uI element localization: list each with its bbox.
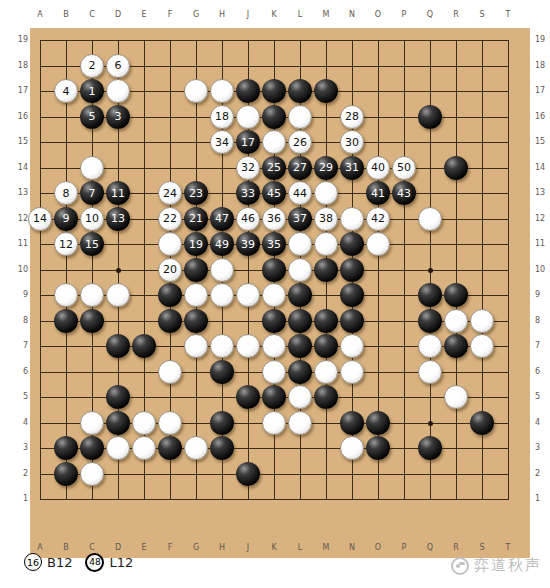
- intersection-F19[interactable]: [158, 28, 182, 52]
- intersection-O2[interactable]: [366, 462, 390, 486]
- white-stone-C4[interactable]: [80, 411, 104, 435]
- intersection-A4[interactable]: [28, 411, 52, 435]
- white-stone-F12[interactable]: 22: [158, 207, 182, 231]
- intersection-O1[interactable]: [366, 487, 390, 511]
- intersection-P1[interactable]: [392, 487, 416, 511]
- intersection-B16[interactable]: [54, 105, 78, 129]
- intersection-R13[interactable]: [444, 181, 468, 205]
- intersection-E5[interactable]: [132, 385, 156, 409]
- white-stone-L5[interactable]: [288, 385, 312, 409]
- intersection-Q10[interactable]: [418, 258, 442, 282]
- black-stone-Q16[interactable]: [418, 105, 442, 129]
- intersection-B7[interactable]: [54, 334, 78, 358]
- black-stone-C8[interactable]: [80, 309, 104, 333]
- black-stone-C16[interactable]: 5: [80, 105, 104, 129]
- intersection-R10[interactable]: [444, 258, 468, 282]
- intersection-T17[interactable]: [496, 79, 520, 103]
- intersection-S19[interactable]: [470, 28, 494, 52]
- intersection-S11[interactable]: [470, 232, 494, 256]
- intersection-E10[interactable]: [132, 258, 156, 282]
- intersection-D14[interactable]: [106, 156, 130, 180]
- intersection-T3[interactable]: [496, 436, 520, 460]
- white-stone-K7[interactable]: [262, 334, 286, 358]
- intersection-R16[interactable]: [444, 105, 468, 129]
- intersection-F17[interactable]: [158, 79, 182, 103]
- intersection-S6[interactable]: [470, 360, 494, 384]
- intersection-H5[interactable]: [210, 385, 234, 409]
- white-stone-H7[interactable]: [210, 334, 234, 358]
- intersection-A3[interactable]: [28, 436, 52, 460]
- intersection-P2[interactable]: [392, 462, 416, 486]
- intersection-H13[interactable]: [210, 181, 234, 205]
- intersection-M2[interactable]: [314, 462, 338, 486]
- black-stone-F8[interactable]: [158, 309, 182, 333]
- black-stone-M10[interactable]: [314, 258, 338, 282]
- white-stone-S8[interactable]: [470, 309, 494, 333]
- black-stone-B2[interactable]: [54, 462, 78, 486]
- intersection-T9[interactable]: [496, 283, 520, 307]
- white-stone-N7[interactable]: [340, 334, 364, 358]
- intersection-O7[interactable]: [366, 334, 390, 358]
- intersection-G2[interactable]: [184, 462, 208, 486]
- intersection-E2[interactable]: [132, 462, 156, 486]
- intersection-E6[interactable]: [132, 360, 156, 384]
- intersection-K19[interactable]: [262, 28, 286, 52]
- intersection-C19[interactable]: [80, 28, 104, 52]
- intersection-M3[interactable]: [314, 436, 338, 460]
- intersection-O19[interactable]: [366, 28, 390, 52]
- intersection-C15[interactable]: [80, 130, 104, 154]
- intersection-A19[interactable]: [28, 28, 52, 52]
- intersection-B14[interactable]: [54, 156, 78, 180]
- intersection-E18[interactable]: [132, 54, 156, 78]
- white-stone-H16[interactable]: 18: [210, 105, 234, 129]
- intersection-F7[interactable]: [158, 334, 182, 358]
- white-stone-H9[interactable]: [210, 283, 234, 307]
- white-stone-E3[interactable]: [132, 436, 156, 460]
- white-stone-A12[interactable]: 14: [28, 207, 52, 231]
- black-stone-M8[interactable]: [314, 309, 338, 333]
- black-stone-Q9[interactable]: [418, 283, 442, 307]
- intersection-N1[interactable]: [340, 487, 364, 511]
- intersection-P9[interactable]: [392, 283, 416, 307]
- intersection-N13[interactable]: [340, 181, 364, 205]
- black-stone-K5[interactable]: [262, 385, 286, 409]
- intersection-E13[interactable]: [132, 181, 156, 205]
- intersection-O5[interactable]: [366, 385, 390, 409]
- white-stone-M13[interactable]: [314, 181, 338, 205]
- intersection-O9[interactable]: [366, 283, 390, 307]
- white-stone-B17[interactable]: 4: [54, 79, 78, 103]
- intersection-Q11[interactable]: [418, 232, 442, 256]
- white-stone-L13[interactable]: 44: [288, 181, 312, 205]
- black-stone-B8[interactable]: [54, 309, 78, 333]
- intersection-L18[interactable]: [288, 54, 312, 78]
- intersection-S10[interactable]: [470, 258, 494, 282]
- black-stone-N8[interactable]: [340, 309, 364, 333]
- intersection-J4[interactable]: [236, 411, 260, 435]
- black-stone-C3[interactable]: [80, 436, 104, 460]
- intersection-S17[interactable]: [470, 79, 494, 103]
- black-stone-D16[interactable]: 3: [106, 105, 130, 129]
- intersection-M16[interactable]: [314, 105, 338, 129]
- intersection-D19[interactable]: [106, 28, 130, 52]
- black-stone-H4[interactable]: [210, 411, 234, 435]
- intersection-E8[interactable]: [132, 309, 156, 333]
- intersection-G1[interactable]: [184, 487, 208, 511]
- intersection-D8[interactable]: [106, 309, 130, 333]
- intersection-R3[interactable]: [444, 436, 468, 460]
- intersection-R4[interactable]: [444, 411, 468, 435]
- intersection-A13[interactable]: [28, 181, 52, 205]
- white-stone-J12[interactable]: 46: [236, 207, 260, 231]
- white-stone-M11[interactable]: [314, 232, 338, 256]
- intersection-T18[interactable]: [496, 54, 520, 78]
- intersection-D1[interactable]: [106, 487, 130, 511]
- intersection-N19[interactable]: [340, 28, 364, 52]
- white-stone-Q12[interactable]: [418, 207, 442, 231]
- intersection-A10[interactable]: [28, 258, 52, 282]
- white-stone-D9[interactable]: [106, 283, 130, 307]
- intersection-R11[interactable]: [444, 232, 468, 256]
- intersection-A7[interactable]: [28, 334, 52, 358]
- white-stone-O14[interactable]: 40: [366, 156, 390, 180]
- intersection-T5[interactable]: [496, 385, 520, 409]
- intersection-A11[interactable]: [28, 232, 52, 256]
- intersection-A5[interactable]: [28, 385, 52, 409]
- white-stone-F13[interactable]: 24: [158, 181, 182, 205]
- intersection-Q2[interactable]: [418, 462, 442, 486]
- black-stone-P13[interactable]: 43: [392, 181, 416, 205]
- intersection-T19[interactable]: [496, 28, 520, 52]
- intersection-A16[interactable]: [28, 105, 52, 129]
- intersection-P18[interactable]: [392, 54, 416, 78]
- intersection-T16[interactable]: [496, 105, 520, 129]
- intersection-T11[interactable]: [496, 232, 520, 256]
- intersection-N18[interactable]: [340, 54, 364, 78]
- intersection-D10[interactable]: [106, 258, 130, 282]
- intersection-K2[interactable]: [262, 462, 286, 486]
- intersection-R6[interactable]: [444, 360, 468, 384]
- white-stone-E4[interactable]: [132, 411, 156, 435]
- intersection-B6[interactable]: [54, 360, 78, 384]
- black-stone-H6[interactable]: [210, 360, 234, 384]
- white-stone-K15[interactable]: [262, 130, 286, 154]
- intersection-A14[interactable]: [28, 156, 52, 180]
- intersection-P15[interactable]: [392, 130, 416, 154]
- intersection-K1[interactable]: [262, 487, 286, 511]
- white-stone-M12[interactable]: 38: [314, 207, 338, 231]
- intersection-S13[interactable]: [470, 181, 494, 205]
- intersection-J3[interactable]: [236, 436, 260, 460]
- white-stone-F6[interactable]: [158, 360, 182, 384]
- intersection-F16[interactable]: [158, 105, 182, 129]
- black-stone-D4[interactable]: [106, 411, 130, 435]
- black-stone-J15[interactable]: 17: [236, 130, 260, 154]
- white-stone-S7[interactable]: [470, 334, 494, 358]
- intersection-E12[interactable]: [132, 207, 156, 231]
- white-stone-J16[interactable]: [236, 105, 260, 129]
- intersection-R15[interactable]: [444, 130, 468, 154]
- intersection-T13[interactable]: [496, 181, 520, 205]
- intersection-B19[interactable]: [54, 28, 78, 52]
- intersection-F14[interactable]: [158, 156, 182, 180]
- white-stone-J9[interactable]: [236, 283, 260, 307]
- intersection-N2[interactable]: [340, 462, 364, 486]
- intersection-P3[interactable]: [392, 436, 416, 460]
- intersection-F18[interactable]: [158, 54, 182, 78]
- intersection-P7[interactable]: [392, 334, 416, 358]
- intersection-B15[interactable]: [54, 130, 78, 154]
- intersection-N5[interactable]: [340, 385, 364, 409]
- black-stone-D13[interactable]: 11: [106, 181, 130, 205]
- intersection-S2[interactable]: [470, 462, 494, 486]
- intersection-F1[interactable]: [158, 487, 182, 511]
- white-stone-D17[interactable]: [106, 79, 130, 103]
- black-stone-L14[interactable]: 27: [288, 156, 312, 180]
- intersection-O16[interactable]: [366, 105, 390, 129]
- black-stone-D12[interactable]: 13: [106, 207, 130, 231]
- intersection-C6[interactable]: [80, 360, 104, 384]
- intersection-E19[interactable]: [132, 28, 156, 52]
- intersection-D15[interactable]: [106, 130, 130, 154]
- black-stone-N9[interactable]: [340, 283, 364, 307]
- black-stone-J17[interactable]: [236, 79, 260, 103]
- intersection-Q5[interactable]: [418, 385, 442, 409]
- intersection-T7[interactable]: [496, 334, 520, 358]
- intersection-H8[interactable]: [210, 309, 234, 333]
- intersection-Q18[interactable]: [418, 54, 442, 78]
- intersection-R12[interactable]: [444, 207, 468, 231]
- white-stone-B9[interactable]: [54, 283, 78, 307]
- intersection-B5[interactable]: [54, 385, 78, 409]
- intersection-T4[interactable]: [496, 411, 520, 435]
- intersection-H1[interactable]: [210, 487, 234, 511]
- intersection-R2[interactable]: [444, 462, 468, 486]
- intersection-N17[interactable]: [340, 79, 364, 103]
- intersection-Q19[interactable]: [418, 28, 442, 52]
- white-stone-H10[interactable]: [210, 258, 234, 282]
- white-stone-D3[interactable]: [106, 436, 130, 460]
- intersection-H19[interactable]: [210, 28, 234, 52]
- intersection-J10[interactable]: [236, 258, 260, 282]
- intersection-J19[interactable]: [236, 28, 260, 52]
- black-stone-C17[interactable]: 1: [80, 79, 104, 103]
- black-stone-M17[interactable]: [314, 79, 338, 103]
- black-stone-J13[interactable]: 33: [236, 181, 260, 205]
- intersection-T10[interactable]: [496, 258, 520, 282]
- intersection-E11[interactable]: [132, 232, 156, 256]
- intersection-P4[interactable]: [392, 411, 416, 435]
- intersection-T8[interactable]: [496, 309, 520, 333]
- black-stone-R9[interactable]: [444, 283, 468, 307]
- black-stone-O3[interactable]: [366, 436, 390, 460]
- black-stone-K11[interactable]: 35: [262, 232, 286, 256]
- intersection-C7[interactable]: [80, 334, 104, 358]
- intersection-S12[interactable]: [470, 207, 494, 231]
- black-stone-B3[interactable]: [54, 436, 78, 460]
- intersection-T2[interactable]: [496, 462, 520, 486]
- intersection-O18[interactable]: [366, 54, 390, 78]
- intersection-A9[interactable]: [28, 283, 52, 307]
- intersection-G19[interactable]: [184, 28, 208, 52]
- intersection-M1[interactable]: [314, 487, 338, 511]
- white-stone-K4[interactable]: [262, 411, 286, 435]
- white-stone-C14[interactable]: [80, 156, 104, 180]
- black-stone-G11[interactable]: 19: [184, 232, 208, 256]
- black-stone-L9[interactable]: [288, 283, 312, 307]
- black-stone-R7[interactable]: [444, 334, 468, 358]
- intersection-O10[interactable]: [366, 258, 390, 282]
- white-stone-F11[interactable]: [158, 232, 182, 256]
- black-stone-E7[interactable]: [132, 334, 156, 358]
- white-stone-P14[interactable]: 50: [392, 156, 416, 180]
- intersection-E16[interactable]: [132, 105, 156, 129]
- white-stone-B13[interactable]: 8: [54, 181, 78, 205]
- intersection-D2[interactable]: [106, 462, 130, 486]
- white-stone-L4[interactable]: [288, 411, 312, 435]
- black-stone-G8[interactable]: [184, 309, 208, 333]
- black-stone-H12[interactable]: 47: [210, 207, 234, 231]
- white-stone-O11[interactable]: [366, 232, 390, 256]
- intersection-G6[interactable]: [184, 360, 208, 384]
- intersection-S9[interactable]: [470, 283, 494, 307]
- black-stone-L12[interactable]: 37: [288, 207, 312, 231]
- white-stone-C2[interactable]: [80, 462, 104, 486]
- intersection-O15[interactable]: [366, 130, 390, 154]
- white-stone-G17[interactable]: [184, 79, 208, 103]
- black-stone-D5[interactable]: [106, 385, 130, 409]
- intersection-K3[interactable]: [262, 436, 286, 460]
- black-stone-M7[interactable]: [314, 334, 338, 358]
- intersection-M18[interactable]: [314, 54, 338, 78]
- white-stone-G3[interactable]: [184, 436, 208, 460]
- white-stone-H17[interactable]: [210, 79, 234, 103]
- intersection-M9[interactable]: [314, 283, 338, 307]
- white-stone-R8[interactable]: [444, 309, 468, 333]
- black-stone-J11[interactable]: 39: [236, 232, 260, 256]
- black-stone-K17[interactable]: [262, 79, 286, 103]
- white-stone-N3[interactable]: [340, 436, 364, 460]
- black-stone-O4[interactable]: [366, 411, 390, 435]
- intersection-T15[interactable]: [496, 130, 520, 154]
- white-stone-N16[interactable]: 28: [340, 105, 364, 129]
- intersection-L19[interactable]: [288, 28, 312, 52]
- white-stone-B11[interactable]: 12: [54, 232, 78, 256]
- black-stone-K13[interactable]: 45: [262, 181, 286, 205]
- intersection-L1[interactable]: [288, 487, 312, 511]
- intersection-P16[interactable]: [392, 105, 416, 129]
- black-stone-M14[interactable]: 29: [314, 156, 338, 180]
- white-stone-N6[interactable]: [340, 360, 364, 384]
- white-stone-J7[interactable]: [236, 334, 260, 358]
- intersection-O6[interactable]: [366, 360, 390, 384]
- intersection-J6[interactable]: [236, 360, 260, 384]
- intersection-S16[interactable]: [470, 105, 494, 129]
- black-stone-M5[interactable]: [314, 385, 338, 409]
- intersection-F5[interactable]: [158, 385, 182, 409]
- intersection-E14[interactable]: [132, 156, 156, 180]
- white-stone-J14[interactable]: 32: [236, 156, 260, 180]
- black-stone-C11[interactable]: 15: [80, 232, 104, 256]
- intersection-R1[interactable]: [444, 487, 468, 511]
- intersection-G15[interactable]: [184, 130, 208, 154]
- intersection-S1[interactable]: [470, 487, 494, 511]
- intersection-T6[interactable]: [496, 360, 520, 384]
- intersection-S5[interactable]: [470, 385, 494, 409]
- intersection-P5[interactable]: [392, 385, 416, 409]
- white-stone-Q6[interactable]: [418, 360, 442, 384]
- intersection-J8[interactable]: [236, 309, 260, 333]
- black-stone-K14[interactable]: 25: [262, 156, 286, 180]
- white-stone-G7[interactable]: [184, 334, 208, 358]
- white-stone-K6[interactable]: [262, 360, 286, 384]
- intersection-Q4[interactable]: [418, 411, 442, 435]
- white-stone-L10[interactable]: [288, 258, 312, 282]
- black-stone-L8[interactable]: [288, 309, 312, 333]
- black-stone-N4[interactable]: [340, 411, 364, 435]
- intersection-D6[interactable]: [106, 360, 130, 384]
- intersection-A15[interactable]: [28, 130, 52, 154]
- intersection-A1[interactable]: [28, 487, 52, 511]
- intersection-C5[interactable]: [80, 385, 104, 409]
- white-stone-G9[interactable]: [184, 283, 208, 307]
- intersection-M19[interactable]: [314, 28, 338, 52]
- intersection-M15[interactable]: [314, 130, 338, 154]
- black-stone-G10[interactable]: [184, 258, 208, 282]
- intersection-E9[interactable]: [132, 283, 156, 307]
- black-stone-K8[interactable]: [262, 309, 286, 333]
- white-stone-O12[interactable]: 42: [366, 207, 390, 231]
- black-stone-Q3[interactable]: [418, 436, 442, 460]
- intersection-E17[interactable]: [132, 79, 156, 103]
- intersection-P6[interactable]: [392, 360, 416, 384]
- black-stone-L17[interactable]: [288, 79, 312, 103]
- black-stone-Q8[interactable]: [418, 309, 442, 333]
- white-stone-N15[interactable]: 30: [340, 130, 364, 154]
- intersection-T1[interactable]: [496, 487, 520, 511]
- intersection-O8[interactable]: [366, 309, 390, 333]
- intersection-A8[interactable]: [28, 309, 52, 333]
- intersection-R18[interactable]: [444, 54, 468, 78]
- black-stone-O13[interactable]: 41: [366, 181, 390, 205]
- intersection-S3[interactable]: [470, 436, 494, 460]
- intersection-M4[interactable]: [314, 411, 338, 435]
- black-stone-L6[interactable]: [288, 360, 312, 384]
- intersection-S14[interactable]: [470, 156, 494, 180]
- intersection-J1[interactable]: [236, 487, 260, 511]
- black-stone-R14[interactable]: [444, 156, 468, 180]
- white-stone-Q7[interactable]: [418, 334, 442, 358]
- black-stone-K10[interactable]: [262, 258, 286, 282]
- intersection-Q17[interactable]: [418, 79, 442, 103]
- black-stone-G12[interactable]: 21: [184, 207, 208, 231]
- white-stone-C18[interactable]: 2: [80, 54, 104, 78]
- black-stone-S4[interactable]: [470, 411, 494, 435]
- black-stone-D7[interactable]: [106, 334, 130, 358]
- intersection-G5[interactable]: [184, 385, 208, 409]
- intersection-F15[interactable]: [158, 130, 182, 154]
- intersection-Q1[interactable]: [418, 487, 442, 511]
- white-stone-R5[interactable]: [444, 385, 468, 409]
- white-stone-C9[interactable]: [80, 283, 104, 307]
- black-stone-J5[interactable]: [236, 385, 260, 409]
- intersection-B18[interactable]: [54, 54, 78, 78]
- intersection-H14[interactable]: [210, 156, 234, 180]
- intersection-S15[interactable]: [470, 130, 494, 154]
- white-stone-H15[interactable]: 34: [210, 130, 234, 154]
- intersection-P10[interactable]: [392, 258, 416, 282]
